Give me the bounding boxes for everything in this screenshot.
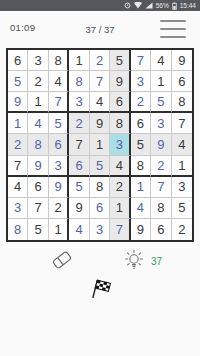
cell-r2c4[interactable]: 8 [69, 71, 89, 92]
cell-r9c6[interactable]: 7 [110, 219, 130, 240]
cell-r9c9[interactable]: 2 [172, 219, 192, 240]
hint-count: 37 [151, 256, 162, 267]
cell-r1c5[interactable]: 2 [90, 50, 110, 71]
cell-r1c4[interactable]: 1 [69, 50, 89, 71]
cell-r8c5[interactable]: 6 [90, 198, 110, 219]
cell-r3c3[interactable]: 7 [49, 92, 69, 113]
cell-r3c8[interactable]: 5 [151, 92, 171, 113]
cell-r8c2[interactable]: 7 [28, 198, 48, 219]
cell-r5c2[interactable]: 8 [28, 134, 48, 155]
cell-r3c7[interactable]: 2 [131, 92, 151, 113]
cell-r2c1[interactable]: 5 [8, 71, 28, 92]
cell-r4c7[interactable]: 6 [131, 113, 151, 134]
sudoku-grid: 6381257495248793169173462581452986372867… [6, 48, 194, 242]
status-bar: 56% 15:44 [0, 0, 200, 11]
cell-r6c2[interactable]: 9 [28, 156, 48, 177]
cell-r5c8[interactable]: 9 [151, 134, 171, 155]
finish-area [0, 277, 200, 307]
cell-r2c8[interactable]: 1 [151, 71, 171, 92]
hint-button[interactable] [123, 249, 145, 274]
clock-text: 15:44 [180, 0, 196, 11]
alarm-icon [124, 2, 131, 9]
cell-r4c5[interactable]: 9 [90, 113, 110, 134]
cell-r7c9[interactable]: 3 [172, 177, 192, 198]
cell-r9c1[interactable]: 8 [8, 219, 28, 240]
finish-button[interactable] [87, 277, 113, 307]
cell-r9c7[interactable]: 9 [131, 219, 151, 240]
lightbulb-icon [123, 249, 145, 270]
cell-r6c6[interactable]: 4 [110, 156, 130, 177]
cell-r6c9[interactable]: 1 [172, 156, 192, 177]
cell-r7c5[interactable]: 8 [90, 177, 110, 198]
toolbar: 37 [0, 249, 200, 274]
cell-r5c9[interactable]: 4 [172, 134, 192, 155]
cell-r7c7[interactable]: 1 [131, 177, 151, 198]
wifi-icon [134, 2, 142, 9]
cell-r1c3[interactable]: 8 [49, 50, 69, 71]
cell-r1c7[interactable]: 7 [131, 50, 151, 71]
cell-r3c1[interactable]: 9 [8, 92, 28, 113]
cell-r5c4[interactable]: 7 [69, 134, 89, 155]
cell-r6c3[interactable]: 3 [49, 156, 69, 177]
cell-r9c4[interactable]: 4 [69, 219, 89, 240]
cell-r3c6[interactable]: 6 [110, 92, 130, 113]
cell-r1c6[interactable]: 5 [110, 50, 130, 71]
cell-r7c4[interactable]: 5 [69, 177, 89, 198]
cell-r2c9[interactable]: 6 [172, 71, 192, 92]
cell-r7c2[interactable]: 6 [28, 177, 48, 198]
hamburger-menu-icon[interactable] [160, 20, 186, 38]
cell-r8c8[interactable]: 8 [151, 198, 171, 219]
cell-r8c4[interactable]: 9 [69, 198, 89, 219]
cell-r4c2[interactable]: 4 [28, 113, 48, 134]
signal-icon [145, 2, 153, 9]
cell-r1c8[interactable]: 4 [151, 50, 171, 71]
cell-r9c3[interactable]: 1 [49, 219, 69, 240]
cell-r5c7[interactable]: 5 [131, 134, 151, 155]
cell-r8c7[interactable]: 4 [131, 198, 151, 219]
cell-r3c9[interactable]: 8 [172, 92, 192, 113]
cell-r7c8[interactable]: 7 [151, 177, 171, 198]
eraser-icon [50, 250, 74, 270]
battery-icon [172, 2, 177, 10]
cell-r4c9[interactable]: 7 [172, 113, 192, 134]
cell-r4c4[interactable]: 2 [69, 113, 89, 134]
cell-r2c6[interactable]: 9 [110, 71, 130, 92]
cell-r4c3[interactable]: 5 [49, 113, 69, 134]
cell-r1c1[interactable]: 6 [8, 50, 28, 71]
cell-r9c8[interactable]: 6 [151, 219, 171, 240]
cell-r2c2[interactable]: 2 [28, 71, 48, 92]
cell-r4c8[interactable]: 3 [151, 113, 171, 134]
cell-r5c3[interactable]: 6 [49, 134, 69, 155]
hint-group: 37 [123, 249, 162, 274]
cell-r8c3[interactable]: 2 [49, 198, 69, 219]
cell-r9c2[interactable]: 5 [28, 219, 48, 240]
app-header: 01:09 37 / 37 [0, 11, 200, 46]
cell-r5c1[interactable]: 2 [8, 134, 28, 155]
cell-r9c5[interactable]: 3 [90, 219, 110, 240]
cell-r2c3[interactable]: 4 [49, 71, 69, 92]
cell-r7c1[interactable]: 4 [8, 177, 28, 198]
cell-r8c9[interactable]: 5 [172, 198, 192, 219]
cell-r3c4[interactable]: 3 [69, 92, 89, 113]
cell-r6c1[interactable]: 7 [8, 156, 28, 177]
cell-r2c7[interactable]: 3 [131, 71, 151, 92]
cell-r5c6[interactable]: 3 [110, 134, 130, 155]
checkered-flag-icon [87, 277, 113, 303]
cell-r6c4[interactable]: 6 [69, 156, 89, 177]
cell-r2c5[interactable]: 7 [90, 71, 110, 92]
cell-r3c5[interactable]: 4 [90, 92, 110, 113]
cell-r8c6[interactable]: 1 [110, 198, 130, 219]
cell-r1c9[interactable]: 9 [172, 50, 192, 71]
cell-r6c8[interactable]: 2 [151, 156, 171, 177]
cell-r5c5[interactable]: 1 [90, 134, 110, 155]
cell-r7c3[interactable]: 9 [49, 177, 69, 198]
cell-r1c2[interactable]: 3 [28, 50, 48, 71]
cell-r4c6[interactable]: 8 [110, 113, 130, 134]
cell-r8c1[interactable]: 3 [8, 198, 28, 219]
cell-r4c1[interactable]: 1 [8, 113, 28, 134]
eraser-button[interactable] [50, 250, 74, 274]
cell-r3c2[interactable]: 1 [28, 92, 48, 113]
cell-r7c6[interactable]: 2 [110, 177, 130, 198]
cell-r6c7[interactable]: 8 [131, 156, 151, 177]
battery-percent: 56% [156, 0, 169, 11]
cell-r6c5[interactable]: 5 [90, 156, 110, 177]
